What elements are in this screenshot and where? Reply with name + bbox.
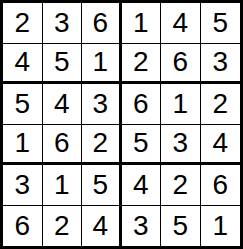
cell-r2c3[interactable]: 1 (82, 44, 122, 85)
cell-r5c4[interactable]: 4 (122, 165, 162, 206)
cell-r4c4[interactable]: 5 (122, 125, 162, 166)
cell-r6c6[interactable]: 1 (201, 206, 241, 247)
cell-r4c2[interactable]: 6 (43, 125, 83, 166)
cell-r4c5[interactable]: 3 (161, 125, 201, 166)
cell-r4c1[interactable]: 1 (3, 125, 43, 166)
cell-r3c1[interactable]: 5 (3, 84, 43, 125)
cell-r2c4[interactable]: 2 (122, 44, 162, 85)
cell-r2c1[interactable]: 4 (3, 44, 43, 85)
cell-r4c3[interactable]: 2 (82, 125, 122, 166)
cell-r1c3[interactable]: 6 (82, 3, 122, 44)
cell-r2c6[interactable]: 3 (201, 44, 241, 85)
cell-r6c1[interactable]: 6 (3, 206, 43, 247)
cell-r1c4[interactable]: 1 (122, 3, 162, 44)
cell-r3c2[interactable]: 4 (43, 84, 83, 125)
cell-r3c5[interactable]: 1 (161, 84, 201, 125)
cell-r2c5[interactable]: 6 (161, 44, 201, 85)
cell-r6c4[interactable]: 3 (122, 206, 162, 247)
cell-r2c2[interactable]: 5 (43, 44, 83, 85)
cell-r6c5[interactable]: 5 (161, 206, 201, 247)
cell-r5c1[interactable]: 3 (3, 165, 43, 206)
cell-r6c2[interactable]: 2 (43, 206, 83, 247)
cell-r1c5[interactable]: 4 (161, 3, 201, 44)
cell-r3c4[interactable]: 6 (122, 84, 162, 125)
cell-r6c3[interactable]: 4 (82, 206, 122, 247)
cell-r5c5[interactable]: 2 (161, 165, 201, 206)
cell-r3c6[interactable]: 2 (201, 84, 241, 125)
cell-r1c6[interactable]: 5 (201, 3, 241, 44)
cell-r5c3[interactable]: 5 (82, 165, 122, 206)
cell-r1c1[interactable]: 2 (3, 3, 43, 44)
cell-r4c6[interactable]: 4 (201, 125, 241, 166)
cell-r1c2[interactable]: 3 (43, 3, 83, 44)
cell-r5c2[interactable]: 1 (43, 165, 83, 206)
cell-r5c6[interactable]: 6 (201, 165, 241, 206)
sudoku-board: 236145451263543612162534315426624351 (0, 0, 243, 249)
cell-r3c3[interactable]: 3 (82, 84, 122, 125)
